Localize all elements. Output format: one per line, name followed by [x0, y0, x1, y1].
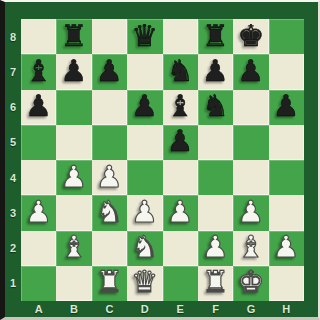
square-f6[interactable]: ♞ [198, 90, 233, 125]
piece-black-pawn: ♟ [61, 56, 88, 86]
piece-black-pawn: ♟ [237, 56, 264, 86]
piece-black-pawn: ♟ [131, 91, 158, 121]
square-c1[interactable]: ♜ [92, 266, 127, 301]
square-g7[interactable]: ♟ [233, 54, 268, 89]
square-d6[interactable]: ♟ [127, 90, 162, 125]
file-label-e: E [163, 301, 198, 316]
piece-black-pawn: ♟ [202, 56, 229, 86]
piece-black-pawn: ♟ [273, 91, 300, 121]
piece-white-knight: ♞ [131, 232, 158, 262]
piece-black-bishop: ♝ [167, 91, 194, 121]
square-c3[interactable]: ♞ [92, 195, 127, 230]
square-g3[interactable]: ♟ [233, 195, 268, 230]
square-a2[interactable] [21, 231, 56, 266]
rank-label-1: 1 [5, 266, 21, 301]
square-a6[interactable]: ♟ [21, 90, 56, 125]
rank-label-5: 5 [5, 125, 21, 160]
square-c2[interactable] [92, 231, 127, 266]
file-label-f: F [198, 301, 233, 316]
square-e2[interactable] [163, 231, 198, 266]
square-c4[interactable]: ♟ [92, 160, 127, 195]
rank-label-3: 3 [5, 195, 21, 230]
piece-white-pawn: ♟ [96, 162, 123, 192]
piece-black-rook: ♜ [202, 21, 229, 51]
piece-white-bishop: ♝ [61, 232, 88, 262]
piece-white-bishop: ♝ [237, 232, 264, 262]
file-label-c: C [92, 301, 127, 316]
square-e6[interactable]: ♝ [163, 90, 198, 125]
square-g5[interactable] [233, 125, 268, 160]
square-d2[interactable]: ♞ [127, 231, 162, 266]
square-d3[interactable]: ♟ [127, 195, 162, 230]
square-h3[interactable] [269, 195, 304, 230]
piece-white-pawn: ♟ [167, 197, 194, 227]
square-f7[interactable]: ♟ [198, 54, 233, 89]
piece-white-pawn: ♟ [202, 232, 229, 262]
square-a7[interactable]: ♝ [21, 54, 56, 89]
square-a4[interactable] [21, 160, 56, 195]
piece-white-knight: ♞ [96, 197, 123, 227]
square-f4[interactable] [198, 160, 233, 195]
piece-black-bishop: ♝ [25, 56, 52, 86]
rank-label-7: 7 [5, 54, 21, 89]
square-h2[interactable]: ♟ [269, 231, 304, 266]
piece-white-rook: ♜ [202, 267, 229, 297]
piece-white-pawn: ♟ [237, 197, 264, 227]
piece-white-pawn: ♟ [131, 197, 158, 227]
square-f3[interactable] [198, 195, 233, 230]
square-a5[interactable] [21, 125, 56, 160]
square-g4[interactable] [233, 160, 268, 195]
square-b2[interactable]: ♝ [56, 231, 91, 266]
square-h4[interactable] [269, 160, 304, 195]
rank-labels: 87654321 [5, 19, 21, 301]
square-b7[interactable]: ♟ [56, 54, 91, 89]
square-b5[interactable] [56, 125, 91, 160]
square-c7[interactable]: ♟ [92, 54, 127, 89]
square-c6[interactable] [92, 90, 127, 125]
chess-board: ♜♛♜♚♝♟♟♞♟♟♟♟♝♞♟♟♟♟♟♞♟♟♟♝♞♟♝♟♜♛♜♚ [21, 19, 304, 301]
square-d5[interactable] [127, 125, 162, 160]
file-label-b: B [56, 301, 91, 316]
piece-black-king: ♚ [237, 21, 264, 51]
square-c5[interactable] [92, 125, 127, 160]
file-labels: ABCDEFGH [21, 301, 304, 316]
square-h1[interactable] [269, 266, 304, 301]
square-b1[interactable] [56, 266, 91, 301]
square-e3[interactable]: ♟ [163, 195, 198, 230]
square-e4[interactable] [163, 160, 198, 195]
file-label-g: G [233, 301, 268, 316]
square-b3[interactable] [56, 195, 91, 230]
piece-white-queen: ♛ [131, 267, 158, 297]
piece-white-king: ♚ [237, 267, 264, 297]
square-b8[interactable]: ♜ [56, 19, 91, 54]
file-label-h: H [269, 301, 304, 316]
chess-diagram: 87654321 ♜♛♜♚♝♟♟♞♟♟♟♟♝♞♟♟♟♟♟♞♟♟♟♝♞♟♝♟♜♛♜… [0, 0, 320, 320]
square-d8[interactable]: ♛ [127, 19, 162, 54]
square-h5[interactable] [269, 125, 304, 160]
square-a8[interactable] [21, 19, 56, 54]
square-e7[interactable]: ♞ [163, 54, 198, 89]
square-h8[interactable] [269, 19, 304, 54]
square-b6[interactable] [56, 90, 91, 125]
square-g6[interactable] [233, 90, 268, 125]
piece-white-pawn: ♟ [273, 232, 300, 262]
piece-black-knight: ♞ [167, 56, 194, 86]
rank-label-6: 6 [5, 90, 21, 125]
square-f2[interactable]: ♟ [198, 231, 233, 266]
square-e5[interactable]: ♟ [163, 125, 198, 160]
square-h6[interactable]: ♟ [269, 90, 304, 125]
square-d7[interactable] [127, 54, 162, 89]
square-g8[interactable]: ♚ [233, 19, 268, 54]
piece-black-queen: ♛ [131, 21, 158, 51]
piece-black-rook: ♜ [61, 21, 88, 51]
square-d1[interactable]: ♛ [127, 266, 162, 301]
square-e1[interactable] [163, 266, 198, 301]
square-a3[interactable]: ♟ [21, 195, 56, 230]
rank-label-8: 8 [5, 19, 21, 54]
piece-white-pawn: ♟ [61, 162, 88, 192]
square-e8[interactable] [163, 19, 198, 54]
square-f8[interactable]: ♜ [198, 19, 233, 54]
piece-black-pawn: ♟ [25, 91, 52, 121]
piece-white-pawn: ♟ [25, 197, 52, 227]
file-label-a: A [21, 301, 56, 316]
rank-label-2: 2 [5, 231, 21, 266]
square-b4[interactable]: ♟ [56, 160, 91, 195]
square-c8[interactable] [92, 19, 127, 54]
square-d4[interactable] [127, 160, 162, 195]
square-a1[interactable] [21, 266, 56, 301]
square-h7[interactable] [269, 54, 304, 89]
piece-black-pawn: ♟ [167, 126, 194, 156]
piece-black-knight: ♞ [202, 91, 229, 121]
square-g2[interactable]: ♝ [233, 231, 268, 266]
rank-label-4: 4 [5, 160, 21, 195]
square-f5[interactable] [198, 125, 233, 160]
square-g1[interactable]: ♚ [233, 266, 268, 301]
file-label-d: D [127, 301, 162, 316]
piece-white-rook: ♜ [96, 267, 123, 297]
piece-black-pawn: ♟ [96, 56, 123, 86]
square-f1[interactable]: ♜ [198, 266, 233, 301]
